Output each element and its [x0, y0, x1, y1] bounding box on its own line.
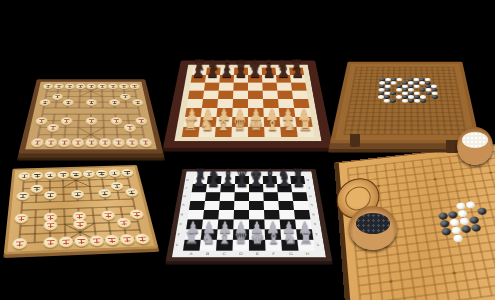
- xiangqi-piece-character: [126, 126, 132, 129]
- xiangqi-piece-black[interactable]: [108, 169, 121, 177]
- go-stone-white[interactable]: [414, 85, 420, 88]
- xiangqi-piece-character: [50, 126, 56, 129]
- go-stone-white[interactable]: [459, 217, 469, 225]
- xiangqi-piece-black[interactable]: [30, 184, 43, 192]
- xiangqi-piece-red[interactable]: [125, 138, 139, 147]
- xiangqi-piece-character: [61, 140, 67, 144]
- go-stone-white[interactable]: [402, 99, 408, 103]
- chess-square[interactable]: [249, 184, 263, 192]
- chess-square[interactable]: [235, 184, 249, 192]
- rank-label: 6: [309, 195, 312, 197]
- xiangqi-piece-character: [75, 140, 81, 144]
- chess-square[interactable]: [220, 68, 234, 75]
- xiangqi-piece-character: [113, 119, 119, 122]
- xiangqi-piece-character: [67, 85, 72, 87]
- xiangqi-piece-red[interactable]: [89, 235, 104, 246]
- xiangqi-piece-black[interactable]: [86, 83, 96, 88]
- chess-square[interactable]: [206, 184, 221, 192]
- chess-piece-white[interactable]: ♛: [233, 229, 249, 246]
- chess-square[interactable]: [191, 75, 206, 83]
- xiangqi-piece-character: [56, 85, 61, 87]
- chess-square[interactable]: [292, 91, 308, 99]
- go-stone-white[interactable]: [452, 234, 463, 242]
- xiangqi-piece-character: [89, 85, 94, 87]
- chess-board-frame[interactable]: ♜♞♝♛♚♝♞♜♟♟♟♟♟♟♟♟♟♟♟♟♟♟♟♟♜♞♝♛♚♝♞♜: [163, 61, 333, 148]
- chess-square[interactable]: [190, 192, 206, 201]
- go-stone-white[interactable]: [457, 209, 467, 217]
- chess-square[interactable]: [291, 83, 307, 91]
- go-stone-black[interactable]: [390, 92, 396, 96]
- xiangqi-piece-red[interactable]: [100, 210, 115, 220]
- chess-square[interactable]: [189, 83, 205, 91]
- xiangqi-piece-red[interactable]: [98, 138, 111, 147]
- chess-square[interactable]: [205, 75, 220, 83]
- chess-square[interactable]: [277, 91, 293, 99]
- go-stone-black[interactable]: [432, 95, 438, 99]
- chess-square[interactable]: [289, 68, 304, 75]
- xiangqi-piece-black[interactable]: [18, 172, 31, 180]
- file-label: H: [305, 252, 309, 255]
- go-stone-white[interactable]: [414, 92, 420, 96]
- xiangqi-piece-black[interactable]: [57, 171, 69, 179]
- chess-square[interactable]: [205, 192, 220, 201]
- xiangqi-piece-character: [104, 212, 112, 217]
- chess-square[interactable]: [263, 192, 278, 201]
- chess-board-top[interactable]: ♜♞♝♛♚♝♞♜♟♟♟♟♟♟♟♟♟♟♟♟♟♟♟♟♜♞♝♛♚♝♞♜: [172, 40, 324, 158]
- chess-square[interactable]: [275, 68, 290, 75]
- go-stone-white[interactable]: [455, 202, 465, 210]
- go-stone-black[interactable]: [447, 211, 457, 219]
- xiangqi-board-top[interactable]: [24, 60, 154, 156]
- xiangqi-piece-red[interactable]: [46, 124, 59, 132]
- xiangqi-piece-character: [132, 211, 140, 216]
- go-stone-white[interactable]: [408, 81, 414, 84]
- xiangqi-piece-red[interactable]: [43, 236, 57, 247]
- xiangqi-piece-character: [101, 191, 108, 196]
- xiangqi-piece-character: [76, 221, 84, 226]
- xiangqi-piece-character: [110, 85, 115, 87]
- go-stone-white[interactable]: [396, 88, 402, 92]
- chess-square[interactable]: [207, 176, 222, 184]
- chess-square[interactable]: [249, 192, 264, 201]
- go-stone-black[interactable]: [439, 219, 449, 227]
- xiangqi-piece-red[interactable]: [71, 138, 84, 147]
- xiangqi-piece-black[interactable]: [97, 189, 111, 198]
- go-stone-white[interactable]: [396, 95, 402, 99]
- xiangqi-board-bottom[interactable]: [2, 156, 152, 268]
- chess-square[interactable]: [233, 91, 248, 99]
- xiangqi-piece-black[interactable]: [16, 191, 29, 200]
- chess-square[interactable]: [192, 184, 207, 192]
- xiangqi-piece-character: [77, 238, 85, 244]
- xiangqi-piece-red[interactable]: [104, 234, 120, 245]
- xiangqi-piece-red[interactable]: [73, 235, 88, 246]
- chess-square[interactable]: [276, 75, 291, 83]
- xiangqi-piece-character: [46, 214, 53, 219]
- chess-square[interactable]: [278, 192, 293, 201]
- chess-square[interactable]: [277, 184, 292, 192]
- go-board-leg: [350, 134, 360, 147]
- xiangqi-piece-red[interactable]: [14, 213, 28, 223]
- xiangqi-piece-character: [88, 119, 93, 122]
- chess-piece-white[interactable]: ♞: [200, 229, 216, 246]
- go-stone-white[interactable]: [396, 78, 402, 81]
- xiangqi-piece-black[interactable]: [129, 83, 140, 88]
- xiangqi-piece-character: [17, 215, 25, 220]
- xiangqi-piece-red[interactable]: [35, 117, 48, 124]
- xiangqi-piece-black[interactable]: [118, 83, 129, 88]
- file-label: F: [272, 252, 275, 255]
- chess-square[interactable]: [234, 201, 249, 210]
- xiangqi-piece-black[interactable]: [75, 83, 85, 88]
- black-stone-bowl[interactable]: [349, 206, 397, 250]
- chess-piece-white[interactable]: ♛: [232, 116, 248, 134]
- chess-square[interactable]: [219, 75, 234, 83]
- xiangqi-piece-character: [100, 85, 105, 87]
- xiangqi-piece-character: [132, 85, 137, 87]
- xiangqi-piece-character: [102, 140, 108, 144]
- xiangqi-piece-character: [45, 85, 50, 87]
- xiangqi-piece-red[interactable]: [135, 117, 148, 124]
- chess-piece-white[interactable]: ♝: [265, 229, 281, 246]
- chess-square[interactable]: [293, 201, 309, 210]
- go-stone-black[interactable]: [420, 99, 426, 103]
- xiangqi-piece-character: [107, 237, 115, 243]
- chess-square[interactable]: [234, 68, 248, 75]
- go-stone-black[interactable]: [437, 212, 447, 220]
- chess-square[interactable]: [249, 201, 264, 210]
- rank-label: 2: [315, 233, 318, 236]
- chess-square[interactable]: [206, 68, 221, 75]
- xiangqi-piece-black[interactable]: [120, 169, 133, 177]
- xiangqi-piece-character: [122, 95, 127, 98]
- chess-square[interactable]: [263, 176, 277, 184]
- xiangqi-board-surface[interactable]: [18, 79, 163, 153]
- xiangqi-piece-black[interactable]: [71, 190, 84, 199]
- xiangqi-piece-character: [88, 140, 94, 144]
- xiangqi-piece-character: [113, 183, 120, 187]
- go-stone-white[interactable]: [431, 85, 437, 88]
- xiangqi-piece-character: [127, 190, 135, 195]
- xiangqi-piece-black[interactable]: [119, 94, 130, 100]
- go-stone-white[interactable]: [402, 85, 408, 88]
- chess-board-bottom[interactable]: ♜♞♝♛♚♝♞♜♟♟♟♟♟♟♟♟♟♟♟♟♟♟♟♟♜♞♝♛♚♝♞♜ABCDEFGH…: [172, 146, 324, 268]
- xiangqi-piece-character: [33, 186, 40, 191]
- xiangqi-piece-red[interactable]: [72, 219, 86, 229]
- chess-piece-white[interactable]: ♝: [264, 116, 280, 134]
- chess-square[interactable]: [278, 201, 294, 210]
- xiangqi-piece-black[interactable]: [69, 170, 82, 178]
- xiangqi-piece-character: [63, 119, 69, 122]
- xiangqi-piece-black[interactable]: [95, 169, 108, 177]
- rank-label: 1: [175, 243, 178, 246]
- rank-label: 8: [186, 179, 189, 181]
- chess-square[interactable]: [277, 83, 292, 91]
- chess-square[interactable]: [234, 192, 249, 201]
- chess-square[interactable]: [262, 83, 277, 91]
- xiangqi-piece-black[interactable]: [110, 182, 124, 190]
- xiangqi-piece-character: [89, 101, 94, 104]
- xiangqi-piece-black[interactable]: [131, 99, 143, 105]
- xiangqi-piece-black[interactable]: [44, 171, 56, 179]
- xiangqi-piece-character: [21, 174, 28, 178]
- chess-square[interactable]: [219, 201, 234, 210]
- xiangqi-piece-black[interactable]: [107, 83, 117, 88]
- chess-square[interactable]: [234, 75, 248, 83]
- chess-square[interactable]: [262, 68, 276, 75]
- xiangqi-board-surface[interactable]: [4, 165, 159, 255]
- file-label: B: [205, 252, 209, 255]
- xiangqi-piece-black[interactable]: [44, 190, 57, 199]
- xiangqi-piece-character: [34, 173, 41, 177]
- xiangqi-piece-character: [15, 240, 23, 246]
- xiangqi-piece-character: [46, 222, 53, 227]
- xiangqi-piece-black[interactable]: [42, 83, 53, 88]
- chess-square[interactable]: [220, 192, 235, 201]
- xiangqi-piece-character: [135, 101, 140, 104]
- go-stone-white[interactable]: [414, 99, 420, 103]
- chess-square[interactable]: [262, 75, 277, 83]
- xiangqi-piece-character: [111, 171, 118, 175]
- xiangqi-piece-character: [142, 140, 148, 144]
- xiangqi-piece-red[interactable]: [44, 138, 58, 147]
- xiangqi-piece-character: [47, 173, 53, 177]
- xiangqi-piece-character: [112, 101, 117, 104]
- chess-square[interactable]: [204, 83, 219, 91]
- xiangqi-piece-character: [38, 119, 44, 122]
- chess-square[interactable]: [290, 75, 305, 83]
- xiangqi-piece-black[interactable]: [62, 99, 73, 105]
- xiangqi-piece-character: [98, 171, 105, 175]
- chess-board-frame[interactable]: ♜♞♝♛♚♝♞♜♟♟♟♟♟♟♟♟♟♟♟♟♟♟♟♟♜♞♝♛♚♝♞♜ABCDEFGH…: [166, 169, 333, 261]
- rank-label: 2: [177, 233, 180, 236]
- file-label: D: [239, 252, 243, 255]
- white-stones-in-bowl: [462, 132, 488, 148]
- go-stone-white[interactable]: [391, 81, 397, 84]
- xiangqi-piece-red[interactable]: [43, 220, 57, 230]
- xiangqi-piece-character: [85, 172, 92, 176]
- chess-square[interactable]: [276, 176, 291, 184]
- chess-piece-white[interactable]: ♜: [298, 229, 314, 246]
- chess-square[interactable]: [192, 68, 207, 75]
- xiangqi-piece-character: [47, 140, 53, 144]
- chess-square[interactable]: [235, 176, 249, 184]
- xiangqi-piece-black[interactable]: [97, 83, 107, 88]
- xiangqi-piece-red[interactable]: [85, 138, 98, 147]
- rank-label: 6: [183, 195, 186, 197]
- go-stone-white[interactable]: [413, 78, 419, 81]
- xiangqi-piece-character: [128, 140, 134, 144]
- xiangqi-piece-character: [75, 213, 83, 218]
- xiangqi-piece-black[interactable]: [64, 83, 74, 88]
- chess-square[interactable]: [204, 201, 220, 210]
- chess-square[interactable]: [248, 91, 263, 99]
- chess-square[interactable]: [263, 184, 278, 192]
- xiangqi-piece-character: [78, 85, 83, 87]
- chess-square[interactable]: [220, 184, 235, 192]
- xiangqi-piece-character: [46, 239, 54, 245]
- chess-piece-white[interactable]: ♚: [249, 229, 265, 246]
- xiangqi-piece-red[interactable]: [111, 138, 124, 147]
- xiangqi-piece-character: [34, 140, 40, 144]
- chess-square[interactable]: [189, 201, 205, 210]
- go-stone-black[interactable]: [441, 227, 451, 235]
- black-stones-in-bowl: [356, 213, 390, 234]
- xiangqi-piece-red[interactable]: [123, 124, 136, 132]
- chess-piece-white[interactable]: ♜: [184, 229, 200, 246]
- chess-square[interactable]: [291, 184, 306, 192]
- chess-square[interactable]: [290, 176, 305, 184]
- xiangqi-piece-black[interactable]: [39, 99, 51, 105]
- xiangqi-piece-character: [138, 119, 144, 122]
- xiangqi-piece-character: [92, 237, 100, 243]
- xiangqi-piece-character: [122, 236, 131, 242]
- xiangqi-piece-red[interactable]: [57, 138, 70, 147]
- go-board-surface[interactable]: [330, 62, 480, 144]
- go-stone-white[interactable]: [419, 81, 425, 84]
- xiangqi-piece-red[interactable]: [58, 236, 73, 247]
- chess-square[interactable]: [218, 91, 233, 99]
- go-stone-white[interactable]: [402, 92, 408, 96]
- xiangqi-piece-black[interactable]: [86, 99, 97, 105]
- go-stone-white[interactable]: [408, 88, 414, 92]
- go-stone-white[interactable]: [420, 95, 426, 99]
- chess-piece-white[interactable]: ♞: [282, 229, 298, 246]
- white-stone-bowl[interactable]: [457, 127, 493, 165]
- xiangqi-piece-black[interactable]: [53, 83, 64, 88]
- xiangqi-piece-character: [137, 236, 146, 242]
- xiangqi-piece-red[interactable]: [60, 117, 72, 124]
- chess-square[interactable]: [193, 176, 208, 184]
- go-stone-white[interactable]: [465, 201, 475, 209]
- xiangqi-piece-black[interactable]: [51, 94, 62, 100]
- file-label: E: [255, 252, 258, 255]
- xiangqi-piece-character: [59, 172, 66, 176]
- chess-piece-white[interactable]: ♜: [297, 116, 313, 134]
- rank-label: 8: [306, 179, 309, 181]
- chess-square[interactable]: [248, 68, 262, 75]
- scene: ♜♞♝♛♚♝♞♜♟♟♟♟♟♟♟♟♟♟♟♟♟♟♟♟♜♞♝♛♚♝♞♜ ♜♞♝♛♚♝♞…: [0, 0, 495, 300]
- go-stone-white[interactable]: [425, 88, 431, 92]
- chess-piece-white[interactable]: ♜: [182, 116, 198, 134]
- xiangqi-piece-character: [115, 140, 121, 144]
- chess-piece-white[interactable]: ♞: [199, 116, 215, 134]
- chess-square[interactable]: [188, 91, 204, 99]
- chess-piece-white[interactable]: ♝: [215, 116, 231, 134]
- chess-square[interactable]: [248, 75, 262, 83]
- xiangqi-piece-character: [119, 220, 127, 225]
- chess-square[interactable]: [221, 176, 235, 184]
- xiangqi-piece-character: [62, 238, 70, 244]
- go-stone-white[interactable]: [449, 218, 459, 226]
- chess-square[interactable]: [263, 91, 278, 99]
- xiangqi-piece-character: [72, 172, 79, 176]
- chess-square[interactable]: [264, 201, 279, 210]
- xiangqi-piece-red[interactable]: [85, 117, 97, 124]
- xiangqi-piece-character: [74, 191, 81, 196]
- go-stone-white[interactable]: [432, 92, 438, 96]
- go-stone-white[interactable]: [408, 95, 414, 99]
- go-stone-white[interactable]: [450, 226, 460, 234]
- file-label: A: [189, 252, 193, 255]
- chess-square[interactable]: [249, 176, 263, 184]
- chess-square[interactable]: [248, 83, 263, 91]
- xiangqi-piece-black[interactable]: [109, 99, 120, 105]
- file-label: C: [222, 252, 225, 255]
- rank-label: 1: [316, 243, 319, 246]
- xiangqi-piece-black[interactable]: [82, 170, 95, 178]
- xiangqi-piece-black[interactable]: [31, 171, 43, 179]
- xiangqi-piece-character: [121, 85, 126, 87]
- chess-piece-white[interactable]: ♝: [216, 229, 232, 246]
- xiangqi-piece-character: [55, 95, 60, 98]
- go-stone-black[interactable]: [460, 225, 471, 233]
- chess-piece-white[interactable]: ♞: [281, 116, 297, 134]
- chess-square[interactable]: [292, 192, 308, 201]
- xiangqi-piece-red[interactable]: [30, 138, 44, 147]
- chess-square[interactable]: [233, 83, 248, 91]
- xiangqi-piece-character: [65, 101, 70, 104]
- xiangqi-piece-red[interactable]: [110, 117, 122, 124]
- xiangqi-piece-character: [42, 101, 47, 104]
- chess-square[interactable]: [203, 91, 219, 99]
- xiangqi-piece-character: [19, 193, 26, 198]
- go-stone-white[interactable]: [425, 78, 431, 81]
- xiangqi-piece-red[interactable]: [12, 238, 27, 249]
- chess-square[interactable]: [219, 83, 234, 91]
- file-label: G: [289, 252, 293, 255]
- xiangqi-piece-character: [46, 192, 53, 197]
- chess-piece-white[interactable]: ♚: [248, 116, 264, 134]
- xiangqi-piece-character: [123, 170, 130, 174]
